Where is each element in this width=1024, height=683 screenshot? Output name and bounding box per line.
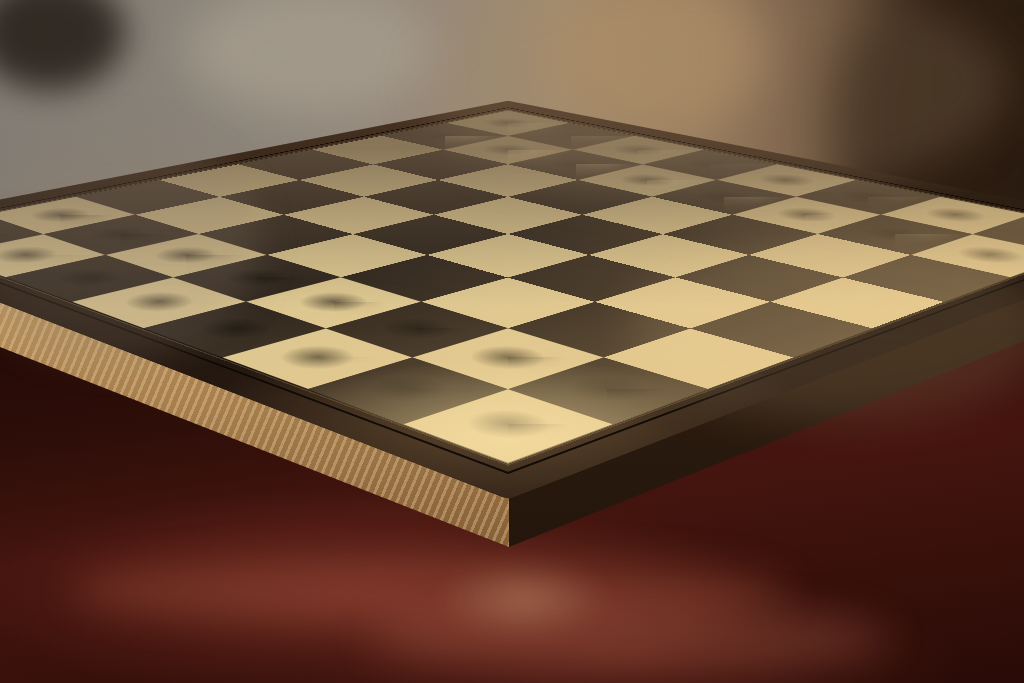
piece-shadow <box>663 183 785 212</box>
piece-shadow <box>261 281 407 324</box>
board-corner-reflection <box>398 542 648 654</box>
piece-shadow <box>187 258 327 297</box>
piece-shadow <box>518 125 624 147</box>
square-h1: ♜ <box>447 111 570 136</box>
square-g3 <box>373 150 508 180</box>
square-g8: ♞ <box>0 234 106 277</box>
piece-black-rook-a8: ♜ <box>417 239 599 442</box>
square-a5 <box>690 302 872 358</box>
square-b1: ♞ <box>881 197 1024 234</box>
square-a3 <box>843 255 1010 302</box>
square-d7: ♟ <box>246 277 420 328</box>
square-a6 <box>603 328 793 389</box>
square-e1: ♚ <box>643 150 778 180</box>
frame-pinstripe <box>0 107 1024 474</box>
piece-shadow <box>341 306 494 353</box>
square-h5 <box>160 164 299 196</box>
piece-white-king-e1: ♚ <box>577 0 844 191</box>
piece-shadow <box>57 218 186 252</box>
piece-shadow <box>0 218 30 252</box>
square-a8: ♜ <box>403 389 613 463</box>
piece-black-pawn-c7: ♟ <box>341 173 494 344</box>
square-d4 <box>508 215 663 255</box>
piece-shadow <box>420 394 596 456</box>
table-surface <box>0 290 1024 683</box>
chess-photo: ♜♞♝♚♛♝♞♜♟♟♟♟♟♟♟♟♟♟♟♟♟♟♟♟♜♞♝♚♛♝♞♜ <box>0 0 1024 683</box>
piece-shadow <box>20 258 159 297</box>
piece-shadow <box>893 199 1020 230</box>
square-d1: ♛ <box>717 164 856 196</box>
piece-shadow <box>744 199 870 230</box>
square-c4 <box>588 234 749 277</box>
square-f2: ♟ <box>508 150 643 180</box>
piece-black-pawn-f7: ♟ <box>119 118 254 269</box>
square-b8: ♞ <box>308 357 508 424</box>
square-c3 <box>663 215 818 255</box>
piece-black-knight-g8: ♞ <box>0 56 123 274</box>
square-e8: ♚ <box>72 277 246 328</box>
sunlight-glare <box>630 235 1024 420</box>
square-h6 <box>76 180 220 215</box>
piece-black-king-e8: ♚ <box>13 4 306 331</box>
square-f7: ♟ <box>106 234 267 277</box>
bokeh-haze-top <box>420 0 1010 200</box>
piece-shadow <box>728 167 846 194</box>
square-f8: ♝ <box>6 255 173 302</box>
square-g1: ♞ <box>508 123 634 150</box>
square-a2: ♟ <box>910 234 1024 277</box>
piece-white-pawn-e2: ♟ <box>578 40 716 194</box>
chess-board: ♜♞♝♚♛♝♞♜♟♟♟♟♟♟♟♟♟♟♟♟♟♟♟♟♜♞♝♚♛♝♞♜ <box>0 110 1024 464</box>
square-d8: ♛ <box>144 302 326 358</box>
square-f4 <box>364 180 508 215</box>
piece-white-bishop-f1: ♝ <box>549 0 727 167</box>
square-a4 <box>770 277 944 328</box>
piece-shadow <box>453 138 563 162</box>
square-g5 <box>220 180 364 215</box>
board-edge-right <box>0 0 1024 683</box>
piece-shadow <box>428 333 588 384</box>
piece-black-pawn-e7: ♟ <box>187 135 328 292</box>
board-scene: ♜♞♝♚♛♝♞♜♟♟♟♟♟♟♟♟♟♟♟♟♟♟♟♟♜♞♝♚♛♝♞♜ <box>0 101 1024 500</box>
piece-shadow <box>325 362 492 418</box>
square-c5 <box>508 255 675 302</box>
square-b2: ♟ <box>818 215 973 255</box>
piece-white-pawn-c2: ♟ <box>733 65 881 230</box>
piece-white-pawn-d2: ♟ <box>653 52 796 211</box>
piece-white-pawn-b2: ♟ <box>818 78 971 249</box>
square-d2: ♟ <box>652 180 796 215</box>
piece-shadow <box>830 218 961 252</box>
piece-white-pawn-h2: ♟ <box>382 9 507 149</box>
piece-shadow <box>807 183 929 212</box>
piece-white-pawn-f2: ♟ <box>509 29 642 178</box>
piece-black-rook-h8: ♜ <box>0 98 33 248</box>
square-b7: ♟ <box>413 328 603 389</box>
square-f6 <box>198 215 353 255</box>
board-edge-left <box>0 0 1024 683</box>
background-warm-blob <box>555 0 765 130</box>
room-background <box>0 0 1024 340</box>
square-e7: ♟ <box>173 255 340 302</box>
board-frame <box>0 101 1024 500</box>
piece-shadow <box>922 237 1024 273</box>
square-g2: ♟ <box>443 136 573 164</box>
square-a7: ♟ <box>508 357 708 424</box>
background-shadow-blob <box>0 0 125 90</box>
square-b4 <box>675 255 842 302</box>
square-c6 <box>421 277 595 328</box>
piece-white-pawn-a2: ♟ <box>911 93 1024 271</box>
square-h3 <box>312 136 442 164</box>
piece-black-queen-d8: ♛ <box>93 39 378 356</box>
piece-shadow <box>0 237 92 273</box>
square-c2: ♟ <box>732 197 881 234</box>
square-d6 <box>341 255 508 302</box>
piece-black-knight-b8: ♞ <box>287 143 530 414</box>
square-g4 <box>299 164 438 196</box>
background-dark-right-blob <box>835 0 1024 295</box>
table-reflection-streak <box>370 608 890 670</box>
square-c7: ♟ <box>326 302 508 358</box>
square-c1: ♝ <box>796 180 940 215</box>
piece-black-pawn-d7: ♟ <box>260 153 406 316</box>
piece-shadow <box>653 152 767 177</box>
piece-shadow <box>589 167 706 194</box>
square-h4 <box>239 150 374 180</box>
piece-white-pawn-g2: ♟ <box>443 18 572 162</box>
square-d3 <box>583 197 732 234</box>
square-g7: ♟ <box>43 215 198 255</box>
piece-white-rook-a1: ♜ <box>971 73 1024 250</box>
square-g6 <box>135 197 284 234</box>
square-f5 <box>284 197 433 234</box>
square-b5 <box>595 277 769 328</box>
square-e6 <box>267 234 428 277</box>
square-c8: ♝ <box>222 328 412 389</box>
square-e2: ♟ <box>578 164 717 196</box>
bokeh-haze-left <box>0 130 260 360</box>
piece-white-queen-d1: ♛ <box>658 0 915 206</box>
piece-black-pawn-g7: ♟ <box>56 102 186 247</box>
square-e5 <box>353 215 508 255</box>
piece-shadow <box>0 199 122 230</box>
square-f1: ♝ <box>573 136 703 164</box>
board-lighting-overlay <box>0 110 1024 464</box>
piece-shadow <box>392 125 498 147</box>
piece-shadow <box>984 218 1024 252</box>
square-e3 <box>508 180 652 215</box>
piece-shadow <box>159 306 311 353</box>
square-b3 <box>749 234 910 277</box>
square-h2: ♟ <box>382 123 508 150</box>
piece-shadow <box>519 152 632 177</box>
piece-black-pawn-h7: ♟ <box>0 87 123 227</box>
square-h8: ♜ <box>0 215 43 255</box>
piece-white-rook-h1: ♜ <box>445 0 571 135</box>
piece-black-pawn-a7: ♟ <box>524 219 692 406</box>
square-e4 <box>433 197 582 234</box>
piece-shadow <box>457 113 560 134</box>
piece-black-pawn-b7: ♟ <box>428 195 588 373</box>
square-a1: ♜ <box>973 215 1024 255</box>
piece-white-knight-g1: ♞ <box>480 0 662 154</box>
background-light-blob <box>185 0 435 115</box>
piece-black-bishop-f8: ♝ <box>0 81 186 297</box>
piece-black-bishop-c8: ♝ <box>207 133 428 379</box>
piece-shadow <box>584 138 694 162</box>
square-b6 <box>508 302 690 358</box>
piece-shadow <box>524 362 692 418</box>
square-h7: ♟ <box>0 197 135 234</box>
piece-shadow <box>238 333 397 384</box>
piece-white-knight-b1: ♞ <box>849 0 1024 236</box>
square-d5 <box>428 234 589 277</box>
piece-shadow <box>87 281 232 324</box>
square-f3 <box>438 164 577 196</box>
piece-white-bishop-c1: ♝ <box>770 0 967 216</box>
table-reflection-streak <box>70 555 790 627</box>
piece-shadow <box>119 237 253 273</box>
